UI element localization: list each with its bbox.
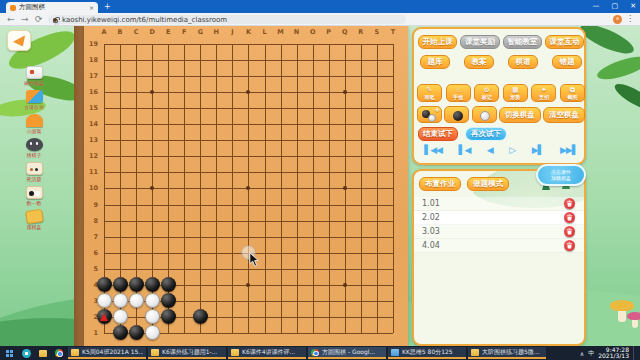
- class-button-课堂奖励[interactable]: 课堂奖励: [460, 35, 499, 49]
- white-stone-B2[interactable]: [113, 309, 128, 324]
- tool-button-截图[interactable]: ⧉截图: [560, 84, 585, 102]
- sidebar-tool-4[interactable]: 猜棋子: [26, 138, 43, 158]
- courseware-row-4.04[interactable]: 4.04: [414, 239, 584, 253]
- windows-logo-icon: [6, 350, 13, 357]
- doc-icon: [391, 349, 399, 356]
- hint-line-2: 加载棋盘: [551, 175, 571, 181]
- folder-icon: [151, 349, 159, 356]
- delete-courseware-button[interactable]: [564, 212, 575, 223]
- coordinate-number: 10: [85, 184, 98, 192]
- taskbar-button[interactable]: K5周04班2021A 15...: [68, 347, 146, 359]
- tool-label: 支招: [539, 94, 549, 100]
- taskbar-button-label: K6课外练习题用1-...: [162, 348, 217, 357]
- quiz-mode-button[interactable]: 做题模式: [467, 177, 509, 191]
- taskbar-button[interactable]: K6课外练习题用1-...: [148, 347, 226, 359]
- coordinate-number: 13: [85, 136, 98, 144]
- task-buttons: K5周04班2021A 15...K6课外练习题用1-...K6课件4讲课件评.…: [67, 347, 547, 359]
- url-bar[interactable]: kaoshi.yikeweiqi.com/t6/multimedia_class…: [48, 15, 406, 24]
- back-triangle-icon: [12, 35, 26, 48]
- white-stone-button[interactable]: [472, 106, 497, 123]
- clear-board-button[interactable]: 清空棋盘: [543, 107, 585, 123]
- class-buttons-row: 开始上课课堂奖励智能教室课堂互动: [418, 35, 584, 49]
- sidebar-tool-6[interactable]: 数一数: [26, 186, 43, 206]
- last-move-triangle-marker: [100, 313, 108, 321]
- coordinate-number: 1: [85, 329, 98, 337]
- sidebar-tool-icon: [26, 114, 43, 127]
- coordinate-number: 18: [85, 56, 98, 64]
- pinned-chrome-icon[interactable]: [55, 349, 63, 357]
- black-stone-D4[interactable]: [145, 277, 160, 292]
- browser-toolbar: ← → ⟳ kaoshi.yikeweiqi.com/t6/multimedia…: [0, 13, 640, 26]
- coordinate-letter: R: [356, 28, 366, 36]
- star-point: [246, 186, 250, 190]
- new-tab-button[interactable]: +: [104, 2, 111, 11]
- star-point: [150, 90, 154, 94]
- folder-icon: [471, 349, 479, 356]
- alternate-stones-button[interactable]: +: [417, 106, 442, 123]
- coordinate-letter: E: [163, 28, 173, 36]
- coordinate-letter: H: [211, 28, 221, 36]
- sidebar-tool-icon: [26, 162, 43, 175]
- black-stone-A4[interactable]: [97, 277, 112, 292]
- screenshot-stage: 方圆围棋 × + — ▢ ✕ ← → ⟳ kaoshi.yikeweiqi.co…: [0, 0, 640, 360]
- white-stone-icon: [428, 114, 436, 122]
- white-stone-D1[interactable]: [145, 325, 160, 340]
- courseware-row-3.03[interactable]: 3.03: [414, 225, 584, 239]
- coordinate-number: 6: [85, 249, 98, 257]
- delete-courseware-button[interactable]: [564, 198, 575, 209]
- resource-button-棋谱[interactable]: 棋谱: [508, 55, 538, 69]
- black-stone-B1[interactable]: [113, 325, 128, 340]
- black-stone-G2[interactable]: [193, 309, 208, 324]
- browser-titlebar: 方圆围棋 × + — ▢ ✕: [0, 0, 640, 13]
- prev-move-button[interactable]: ◀: [487, 145, 493, 155]
- black-stone-C1[interactable]: [129, 325, 144, 340]
- sidebar-tool-icon: [26, 138, 43, 151]
- coordinate-letter: L: [260, 28, 270, 36]
- class-button-课堂互动[interactable]: 课堂互动: [545, 35, 584, 49]
- tool-icon: ✎: [427, 87, 433, 94]
- class-button-智能教室[interactable]: 智能教室: [503, 35, 542, 49]
- sidebar-tool-icon: [26, 90, 43, 103]
- coordinate-letter: D: [147, 28, 157, 36]
- coordinate-letter: B: [115, 28, 125, 36]
- coordinate-letter: S: [372, 28, 382, 36]
- courseware-name: 2.02: [414, 213, 564, 222]
- tray-date: 2021/3/13: [598, 353, 629, 360]
- resource-button-教案[interactable]: 教案: [464, 55, 494, 69]
- coordinate-letter: C: [131, 28, 141, 36]
- black-stone-B4[interactable]: [113, 277, 128, 292]
- grid-line: [104, 205, 393, 206]
- courseware-name: 4.04: [414, 241, 564, 250]
- forward-icon[interactable]: →: [21, 14, 29, 24]
- homework-row: 布置作业 做题模式: [419, 177, 509, 191]
- coordinate-letter: J: [227, 28, 237, 36]
- taskbar-button[interactable]: 大阶围棋练习题5微...: [468, 347, 546, 359]
- coordinate-number: 12: [85, 152, 98, 160]
- sidebar-tool-label: 摆棋盘: [27, 224, 42, 230]
- class-control-panel: 开始上课课堂奖励智能教室课堂互动 题库教案棋谱错题 ✎画笔☝手指⊙标记▦形势✦支…: [412, 27, 586, 165]
- url-text[interactable]: kaoshi.yikeweiqi.com/t6/multimedia_class…: [62, 16, 401, 24]
- coordinate-number: 19: [85, 40, 98, 48]
- ime-indicator[interactable]: 中: [588, 349, 594, 358]
- reload-icon[interactable]: ⟳: [35, 14, 43, 24]
- star-point: [343, 186, 347, 190]
- coordinate-letter: F: [179, 28, 189, 36]
- sidebar-tool-icon: [26, 186, 43, 199]
- resource-button-错题[interactable]: 错题: [552, 55, 582, 69]
- grid-line: [393, 44, 394, 333]
- grid-line: [104, 237, 393, 238]
- white-stone-A3[interactable]: [97, 293, 112, 308]
- coordinate-number: 16: [85, 88, 98, 96]
- start-button[interactable]: [0, 346, 18, 360]
- tool-button-支招[interactable]: ✦支招: [531, 84, 556, 102]
- sidebar-tool-5[interactable]: 死活题: [26, 162, 43, 182]
- grid-line: [377, 44, 378, 333]
- taskbar-button[interactable]: K6课件4讲课件评...: [228, 347, 306, 359]
- leaf-decoration: [595, 52, 640, 84]
- coordinate-number: 8: [85, 217, 98, 225]
- black-stone-E2[interactable]: [161, 309, 176, 324]
- taskbar-button-label: 方圆围棋 - Googl...: [322, 348, 375, 357]
- stone-mode-row: + 切换棋盘 清空棋盘: [417, 106, 585, 123]
- pinned-folder-icon[interactable]: [39, 350, 47, 357]
- browser-menu-icon[interactable]: ⋮: [626, 14, 634, 23]
- system-tray: ∧ 中 9:47:28 2021/3/13: [580, 346, 640, 360]
- black-stone-button[interactable]: [444, 106, 469, 123]
- sidebar-tool-7[interactable]: 摆棋盘: [26, 210, 43, 230]
- switch-board-button[interactable]: 切换棋盘: [499, 107, 541, 123]
- sidebar-tool-label: 数一数: [27, 200, 42, 206]
- tool-icon: ⧉: [570, 87, 575, 94]
- grid-line: [297, 44, 298, 333]
- assign-homework-button[interactable]: 布置作业: [419, 177, 461, 191]
- coordinate-number: 15: [85, 104, 98, 112]
- sidebar-tool-label: 死活题: [27, 176, 42, 182]
- taskbar-button-label: K5周04班2021A 15...: [82, 348, 143, 357]
- star-point: [246, 283, 250, 287]
- courseware-name: 1.01: [414, 199, 564, 208]
- delete-courseware-button[interactable]: [564, 226, 575, 237]
- folder-icon: [71, 349, 79, 356]
- tab-close-icon[interactable]: ×: [89, 4, 94, 11]
- courseware-panel: 布置作业 做题模式 1.012.023.034.04: [412, 169, 586, 346]
- taskbar-clock[interactable]: 9:47:28 2021/3/13: [598, 347, 629, 360]
- taskbar-button[interactable]: 方圆围棋 - Googl...: [308, 347, 386, 359]
- minimize-button[interactable]: —: [593, 0, 600, 13]
- coordinate-number: 7: [85, 233, 98, 241]
- star-point: [150, 186, 154, 190]
- white-stone-D3[interactable]: [145, 293, 160, 308]
- grid-line: [313, 44, 314, 333]
- courseware-name: 3.03: [414, 227, 564, 236]
- coordinate-letter: N: [292, 28, 302, 36]
- resource-button-题库[interactable]: 题库: [420, 55, 450, 69]
- coordinate-letter: O: [308, 28, 318, 36]
- sidebar-tool-label: 小游戏: [27, 128, 42, 134]
- coordinate-number: 14: [85, 120, 98, 128]
- tray-expand-icon[interactable]: ∧: [580, 350, 584, 357]
- profile-avatar[interactable]: [613, 15, 622, 24]
- sidebar-tool-label: 古谱欣赏: [24, 104, 44, 110]
- taskbar-button-label: 大阶围棋练习题5微...: [482, 348, 540, 357]
- sidebar-tool-2[interactable]: 古谱欣赏: [24, 90, 44, 110]
- tool-icon: ☝: [456, 87, 460, 94]
- tool-label: 手指: [453, 94, 463, 100]
- delete-courseware-button[interactable]: [564, 240, 575, 251]
- next-move-button[interactable]: ▷: [509, 145, 515, 155]
- first-move-button[interactable]: ▌◀◀: [424, 145, 442, 155]
- annotation-tools-row: ✎画笔☝手指⊙标记▦形势✦支招⧉截图: [417, 84, 585, 102]
- mushroom-cap: [610, 300, 634, 311]
- end-trial-button[interactable]: 结束试下: [418, 127, 458, 141]
- tool-label: 标记: [482, 94, 492, 100]
- tool-icon: ✦: [541, 87, 547, 94]
- coordinate-number: 17: [85, 72, 98, 80]
- tool-icon: ⊙: [484, 87, 490, 94]
- tab-title: 方圆围棋: [19, 3, 86, 12]
- star-point: [343, 90, 347, 94]
- move-navigation-row: ▌◀◀▌◀◀▷▶▌▶▶▌: [416, 145, 586, 155]
- window-controls: — ▢ ✕: [593, 0, 637, 13]
- white-stone-B3[interactable]: [113, 293, 128, 308]
- sidebar-tool-icon: [26, 66, 43, 79]
- black-stone-C4[interactable]: [129, 277, 144, 292]
- page-content: 磁性棋盘古谱欣赏小游戏猜棋子死活题数一数摆棋盘 A19B18C17D16E15F…: [0, 26, 640, 346]
- sidebar-tool-1[interactable]: 磁性棋盘: [24, 66, 44, 86]
- leaf-decoration: [612, 79, 640, 114]
- coordinate-number: 9: [85, 201, 98, 209]
- bookmark-star-icon[interactable]: ☆: [53, 18, 57, 22]
- taskbar-button-label: K6课件4讲课件评...: [242, 348, 295, 357]
- coordinate-letter: K: [243, 28, 253, 36]
- black-stone-E3[interactable]: [161, 293, 176, 308]
- tool-button-画笔[interactable]: ✎画笔: [417, 84, 442, 102]
- taskbar-button[interactable]: KK思维5 80分125: [388, 347, 466, 359]
- tool-button-形势[interactable]: ▦形势: [503, 84, 528, 102]
- resource-buttons-row: 题库教案棋谱错题: [420, 55, 582, 69]
- browser-tab[interactable]: 方圆围棋 ×: [6, 2, 98, 13]
- coordinate-letter: M: [276, 28, 286, 36]
- coordinate-number: 11: [85, 168, 98, 176]
- retry-trial-button[interactable]: 再次试下: [465, 127, 507, 141]
- white-stone-D2[interactable]: [145, 309, 160, 324]
- courseware-row-2.02[interactable]: 2.02: [414, 211, 584, 225]
- grid-line: [104, 269, 393, 270]
- coordinate-number: 5: [85, 265, 98, 273]
- coordinate-letter: G: [195, 28, 205, 36]
- go-board[interactable]: A19B18C17D16E15F14G13H12J11K10L9M8N7O6P5…: [84, 26, 408, 346]
- class-button-开始上课[interactable]: 开始上课: [418, 35, 457, 49]
- back-home-button[interactable]: [7, 30, 31, 51]
- maximize-button[interactable]: ▢: [612, 0, 619, 13]
- chrome-icon: [311, 349, 319, 356]
- grid-line: [361, 44, 362, 333]
- white-stone-icon: [480, 111, 490, 121]
- courseware-list: 1.012.023.034.04: [414, 197, 584, 253]
- grid-line: [281, 44, 282, 333]
- search-icon[interactable]: [22, 349, 31, 358]
- tab-favicon: [10, 5, 16, 11]
- black-stone-E4[interactable]: [161, 277, 176, 292]
- tool-button-标记[interactable]: ⊙标记: [474, 84, 499, 102]
- prev-branch-button[interactable]: ▌◀: [458, 145, 470, 155]
- coordinate-letter: A: [99, 28, 109, 36]
- show-desktop-button[interactable]: [633, 346, 636, 360]
- next-branch-button[interactable]: ▶▌: [532, 145, 544, 155]
- sidebar-tool-3[interactable]: 小游戏: [26, 114, 43, 134]
- courseware-row-1.01[interactable]: 1.01: [414, 197, 584, 211]
- back-icon[interactable]: ←: [7, 14, 15, 24]
- sidebar-tool-label: 磁性棋盘: [24, 80, 44, 86]
- grid-line: [329, 44, 330, 333]
- sidebar-tool-label: 猜棋子: [27, 152, 42, 158]
- trial-row: 结束试下 再次试下: [418, 127, 507, 141]
- sidebar-tool-icon: [25, 209, 44, 224]
- tool-label: 形势: [510, 94, 520, 100]
- folder-icon: [231, 349, 239, 356]
- white-stone-C3[interactable]: [129, 293, 144, 308]
- hint-bubble[interactable]: 点击课件 加载棋盘: [536, 164, 586, 186]
- grid-line: [104, 221, 393, 222]
- mushroom-cap: [627, 312, 640, 320]
- mouse-cursor: [249, 252, 259, 267]
- windows-taskbar: K5周04班2021A 15...K6课外练习题用1-...K6课件4讲课件评.…: [0, 346, 640, 360]
- grid-line: [265, 44, 266, 333]
- black-stone-A2[interactable]: [97, 309, 112, 324]
- taskbar-button-label: KK思维5 80分125: [402, 348, 453, 357]
- plus-icon: +: [434, 106, 440, 114]
- tool-label: 画笔: [425, 94, 435, 100]
- sidebar-tools: 磁性棋盘古谱欣赏小游戏猜棋子死活题数一数摆棋盘: [12, 66, 56, 230]
- star-point: [343, 283, 347, 287]
- tool-button-手指[interactable]: ☝手指: [446, 84, 471, 102]
- coordinate-letter: Q: [340, 28, 350, 36]
- last-move-button[interactable]: ▶▶▌: [560, 145, 578, 155]
- tool-label: 截图: [567, 94, 577, 100]
- coordinate-letter: T: [388, 28, 398, 36]
- star-point: [246, 90, 250, 94]
- coordinate-letter: P: [324, 28, 334, 36]
- close-button[interactable]: ✕: [630, 0, 636, 13]
- tool-icon: ▦: [512, 87, 519, 94]
- black-stone-icon: [453, 111, 463, 121]
